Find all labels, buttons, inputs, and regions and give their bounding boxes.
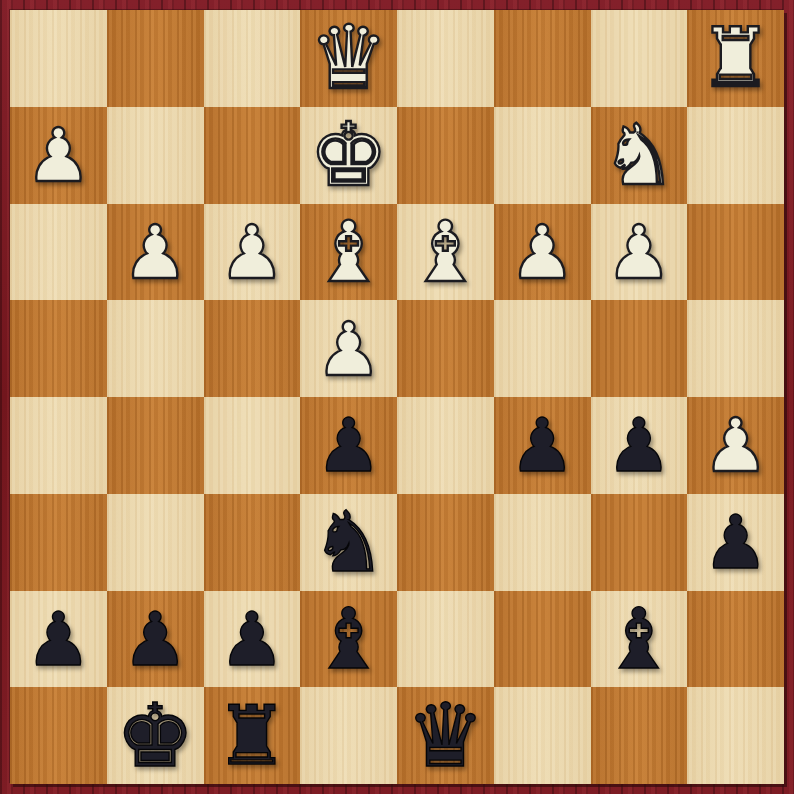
- square-b6[interactable]: ♟︎: [107, 204, 204, 301]
- square-d6[interactable]: ♝︎: [300, 204, 397, 301]
- square-d7[interactable]: ♚︎: [300, 107, 397, 204]
- square-a7[interactable]: ♟︎: [10, 107, 107, 204]
- square-b4[interactable]: [107, 397, 204, 494]
- square-a2[interactable]: ♟︎: [10, 591, 107, 688]
- piece-white-bishop[interactable]: ♝︎: [311, 210, 386, 294]
- piece-white-knight[interactable]: ♞︎: [601, 113, 676, 197]
- piece-black-pawn[interactable]: ♟︎: [702, 505, 768, 579]
- square-g1[interactable]: [591, 687, 688, 784]
- square-c7[interactable]: [204, 107, 301, 204]
- square-f7[interactable]: [494, 107, 591, 204]
- square-f1[interactable]: [494, 687, 591, 784]
- square-b5[interactable]: [107, 300, 204, 397]
- square-b1[interactable]: ♚︎: [107, 687, 204, 784]
- piece-white-pawn[interactable]: ♟︎: [315, 312, 381, 386]
- piece-white-pawn[interactable]: ♟︎: [702, 408, 768, 482]
- piece-white-queen[interactable]: ♛︎: [309, 14, 388, 102]
- square-a4[interactable]: [10, 397, 107, 494]
- piece-black-pawn[interactable]: ♟︎: [315, 408, 381, 482]
- square-e8[interactable]: [397, 10, 494, 107]
- square-h8[interactable]: ♜︎: [687, 10, 784, 107]
- square-h6[interactable]: [687, 204, 784, 301]
- piece-black-pawn[interactable]: ♟︎: [509, 408, 575, 482]
- piece-black-rook[interactable]: ♜︎: [215, 695, 289, 777]
- square-b8[interactable]: [107, 10, 204, 107]
- square-e2[interactable]: [397, 591, 494, 688]
- piece-white-pawn[interactable]: ♟︎: [606, 215, 672, 289]
- square-e3[interactable]: [397, 494, 494, 591]
- square-a5[interactable]: [10, 300, 107, 397]
- piece-black-knight[interactable]: ♞︎: [311, 500, 386, 584]
- piece-white-pawn[interactable]: ♟︎: [25, 118, 91, 192]
- square-c8[interactable]: [204, 10, 301, 107]
- square-a6[interactable]: [10, 204, 107, 301]
- square-c3[interactable]: [204, 494, 301, 591]
- square-e6[interactable]: ♝︎: [397, 204, 494, 301]
- square-h3[interactable]: ♟︎: [687, 494, 784, 591]
- square-d1[interactable]: [300, 687, 397, 784]
- square-h1[interactable]: [687, 687, 784, 784]
- square-a8[interactable]: [10, 10, 107, 107]
- square-g7[interactable]: ♞︎: [591, 107, 688, 204]
- piece-black-pawn[interactable]: ♟︎: [122, 602, 188, 676]
- square-b2[interactable]: ♟︎: [107, 591, 204, 688]
- square-f6[interactable]: ♟︎: [494, 204, 591, 301]
- square-h2[interactable]: [687, 591, 784, 688]
- piece-black-queen[interactable]: ♛︎: [406, 692, 485, 780]
- piece-black-pawn[interactable]: ♟︎: [219, 602, 285, 676]
- piece-black-bishop[interactable]: ♝︎: [601, 597, 676, 681]
- square-e1[interactable]: ♛︎: [397, 687, 494, 784]
- square-d3[interactable]: ♞︎: [300, 494, 397, 591]
- square-g4[interactable]: ♟︎: [591, 397, 688, 494]
- square-d5[interactable]: ♟︎: [300, 300, 397, 397]
- square-e5[interactable]: [397, 300, 494, 397]
- piece-white-bishop[interactable]: ♝︎: [408, 210, 483, 294]
- chess-board: ♛︎♜︎♟︎♚︎♞︎♟︎♟︎♝︎♝︎♟︎♟︎♟︎♟︎♟︎♟︎♟︎♞︎♟︎♟︎♟︎…: [10, 10, 784, 784]
- square-c5[interactable]: [204, 300, 301, 397]
- square-b3[interactable]: [107, 494, 204, 591]
- piece-white-pawn[interactable]: ♟︎: [219, 215, 285, 289]
- square-f4[interactable]: ♟︎: [494, 397, 591, 494]
- square-c2[interactable]: ♟︎: [204, 591, 301, 688]
- square-f8[interactable]: [494, 10, 591, 107]
- square-a1[interactable]: [10, 687, 107, 784]
- square-g6[interactable]: ♟︎: [591, 204, 688, 301]
- board-frame: ♛︎♜︎♟︎♚︎♞︎♟︎♟︎♝︎♝︎♟︎♟︎♟︎♟︎♟︎♟︎♟︎♞︎♟︎♟︎♟︎…: [0, 0, 794, 794]
- piece-black-king[interactable]: ♚︎: [116, 692, 195, 780]
- square-b7[interactable]: [107, 107, 204, 204]
- square-g8[interactable]: [591, 10, 688, 107]
- square-d4[interactable]: ♟︎: [300, 397, 397, 494]
- piece-black-bishop[interactable]: ♝︎: [311, 597, 386, 681]
- square-h7[interactable]: [687, 107, 784, 204]
- square-d2[interactable]: ♝︎: [300, 591, 397, 688]
- square-g5[interactable]: [591, 300, 688, 397]
- square-g2[interactable]: ♝︎: [591, 591, 688, 688]
- square-c4[interactable]: [204, 397, 301, 494]
- piece-white-rook[interactable]: ♜︎: [699, 17, 773, 99]
- square-e4[interactable]: [397, 397, 494, 494]
- square-a3[interactable]: [10, 494, 107, 591]
- square-h5[interactable]: [687, 300, 784, 397]
- piece-white-pawn[interactable]: ♟︎: [509, 215, 575, 289]
- square-f3[interactable]: [494, 494, 591, 591]
- piece-black-pawn[interactable]: ♟︎: [25, 602, 91, 676]
- square-f2[interactable]: [494, 591, 591, 688]
- square-c1[interactable]: ♜︎: [204, 687, 301, 784]
- square-h4[interactable]: ♟︎: [687, 397, 784, 494]
- piece-black-pawn[interactable]: ♟︎: [606, 408, 672, 482]
- piece-white-king[interactable]: ♚︎: [309, 111, 388, 199]
- piece-white-pawn[interactable]: ♟︎: [122, 215, 188, 289]
- square-d8[interactable]: ♛︎: [300, 10, 397, 107]
- square-e7[interactable]: [397, 107, 494, 204]
- square-f5[interactable]: [494, 300, 591, 397]
- square-c6[interactable]: ♟︎: [204, 204, 301, 301]
- square-g3[interactable]: [591, 494, 688, 591]
